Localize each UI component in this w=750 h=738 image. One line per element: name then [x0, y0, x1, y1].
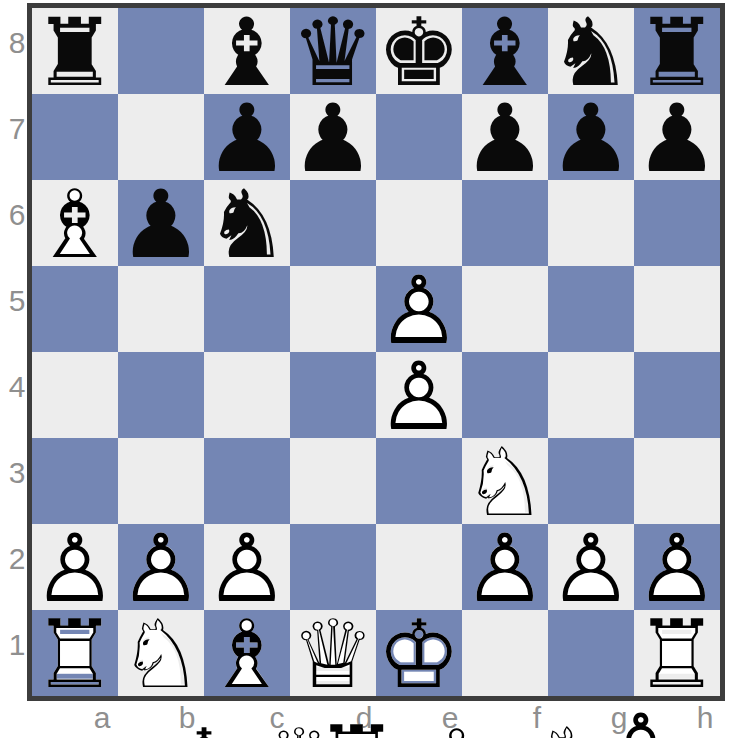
- piece-fill-glyph: ♞: [462, 440, 548, 526]
- black-bishop[interactable]: ♝: [462, 8, 548, 94]
- piece-outline-glyph: ♖: [634, 612, 720, 698]
- square-h3[interactable]: [634, 438, 720, 524]
- white-pawn[interactable]: ♟♙: [548, 524, 634, 610]
- square-f6[interactable]: [462, 180, 548, 266]
- tray-white-king[interactable]: ♚♔: [161, 719, 247, 738]
- square-a4[interactable]: [32, 352, 118, 438]
- piece-glyph: ♟: [204, 96, 290, 182]
- square-a3[interactable]: [32, 438, 118, 524]
- square-e1[interactable]: ♚♔: [376, 610, 462, 696]
- piece-outline-glyph: ♙: [376, 354, 462, 440]
- square-c5[interactable]: [204, 266, 290, 352]
- rank-label-4: 4: [0, 344, 34, 430]
- piece-glyph: ♛: [290, 10, 376, 96]
- square-b3[interactable]: [118, 438, 204, 524]
- white-pawn[interactable]: ♟♙: [32, 524, 118, 610]
- tray-white-bishop[interactable]: ♝♗: [414, 720, 500, 738]
- square-g4[interactable]: [548, 352, 634, 438]
- square-c8[interactable]: ♝: [204, 8, 290, 94]
- square-e8[interactable]: ♚: [376, 8, 462, 94]
- piece-outline-glyph: ♖: [32, 612, 118, 698]
- white-bishop[interactable]: ♝♗: [204, 610, 290, 696]
- white-pawn[interactable]: ♟♙: [204, 524, 290, 610]
- white-bishop[interactable]: ♝♗: [32, 180, 118, 266]
- piece-outline-glyph: ♗: [204, 612, 290, 698]
- piece-fill-glyph: ♝: [204, 612, 290, 698]
- square-a7[interactable]: [32, 94, 118, 180]
- piece-fill-glyph: ♝: [414, 722, 500, 738]
- square-d2[interactable]: [290, 524, 376, 610]
- chess-board-screen: ♜♝♛♚♝♞♜♟♟♟♟♟♝♗♟♞♟♙♟♙♞♘♟♙♟♙♟♙♟♙♟♙♟♙♜♖♞♘♝♗…: [0, 0, 750, 738]
- white-bishop[interactable]: ♝♗: [414, 720, 500, 738]
- square-h2[interactable]: ♟♙: [634, 524, 720, 610]
- rank-label-3: 3: [0, 430, 34, 516]
- piece-fill-glyph: ♜: [314, 718, 400, 738]
- black-knight[interactable]: ♞: [548, 8, 634, 94]
- square-h7[interactable]: ♟: [634, 94, 720, 180]
- square-b2[interactable]: ♟♙: [118, 524, 204, 610]
- square-c7[interactable]: ♟: [204, 94, 290, 180]
- black-bishop[interactable]: ♝: [204, 8, 290, 94]
- square-a1[interactable]: ♜♖: [32, 610, 118, 696]
- file-label-a: a: [80, 701, 124, 735]
- piece-outline-glyph: ♔: [376, 612, 462, 698]
- square-g6[interactable]: [548, 180, 634, 266]
- piece-outline-glyph: ♙: [462, 526, 548, 612]
- square-g7[interactable]: ♟: [548, 94, 634, 180]
- piece-glyph: ♟: [118, 182, 204, 268]
- square-h8[interactable]: ♜: [634, 8, 720, 94]
- piece-outline-glyph: ♘: [462, 440, 548, 526]
- piece-glyph: ♟: [634, 96, 720, 182]
- black-queen[interactable]: ♛: [290, 8, 376, 94]
- board-frame: ♜♝♛♚♝♞♜♟♟♟♟♟♝♗♟♞♟♙♟♙♞♘♟♙♟♙♟♙♟♙♟♙♟♙♜♖♞♘♝♗…: [27, 3, 725, 701]
- piece-outline-glyph: ♘: [118, 612, 204, 698]
- white-pawn[interactable]: ♟♙: [118, 524, 204, 610]
- piece-outline-glyph: ♔: [161, 721, 247, 738]
- square-d6[interactable]: [290, 180, 376, 266]
- black-pawn[interactable]: ♟: [290, 94, 376, 180]
- white-knight[interactable]: ♞♘: [462, 438, 548, 524]
- piece-fill-glyph: ♟: [634, 526, 720, 612]
- square-g3[interactable]: [548, 438, 634, 524]
- piece-outline-glyph: ♙: [598, 706, 684, 738]
- square-g1[interactable]: [548, 610, 634, 696]
- black-pawn[interactable]: ♟: [634, 94, 720, 180]
- piece-fill-glyph: ♚: [376, 612, 462, 698]
- piece-outline-glyph: ♙: [634, 526, 720, 612]
- white-pawn[interactable]: ♟♙: [634, 524, 720, 610]
- square-e2[interactable]: [376, 524, 462, 610]
- black-knight[interactable]: ♞: [204, 180, 290, 266]
- piece-fill-glyph: ♟: [598, 706, 684, 738]
- tray-white-rook[interactable]: ♜♖: [314, 716, 400, 738]
- square-f4[interactable]: [462, 352, 548, 438]
- rank-label-6: 6: [0, 172, 34, 258]
- square-f7[interactable]: ♟: [462, 94, 548, 180]
- square-e3[interactable]: [376, 438, 462, 524]
- square-a2[interactable]: ♟♙: [32, 524, 118, 610]
- white-pawn[interactable]: ♟♙: [598, 704, 684, 738]
- piece-outline-glyph: ♙: [376, 268, 462, 354]
- piece-glyph: ♟: [462, 96, 548, 182]
- square-f2[interactable]: ♟♙: [462, 524, 548, 610]
- rank-label-8: 8: [0, 0, 34, 86]
- black-king[interactable]: ♚: [376, 8, 462, 94]
- square-c4[interactable]: [204, 352, 290, 438]
- square-f3[interactable]: ♞♘: [462, 438, 548, 524]
- piece-glyph: ♟: [290, 96, 376, 182]
- piece-outline-glyph: ♙: [118, 526, 204, 612]
- square-b5[interactable]: [118, 266, 204, 352]
- white-rook[interactable]: ♜♖: [32, 610, 118, 696]
- square-e4[interactable]: ♟♙: [376, 352, 462, 438]
- chess-board[interactable]: ♜♝♛♚♝♞♜♟♟♟♟♟♝♗♟♞♟♙♟♙♞♘♟♙♟♙♟♙♟♙♟♙♟♙♜♖♞♘♝♗…: [32, 8, 720, 696]
- piece-fill-glyph: ♝: [32, 182, 118, 268]
- square-b6[interactable]: ♟: [118, 180, 204, 266]
- square-a5[interactable]: [32, 266, 118, 352]
- piece-glyph: ♞: [548, 10, 634, 96]
- piece-glyph: ♜: [32, 10, 118, 96]
- square-c6[interactable]: ♞: [204, 180, 290, 266]
- piece-fill-glyph: ♟: [32, 526, 118, 612]
- square-d5[interactable]: [290, 266, 376, 352]
- piece-fill-glyph: ♚: [161, 721, 247, 738]
- file-label-h: h: [683, 701, 727, 735]
- piece-fill-glyph: ♜: [634, 612, 720, 698]
- piece-outline-glyph: ♗: [414, 722, 500, 738]
- piece-fill-glyph: ♟: [376, 354, 462, 440]
- square-d7[interactable]: ♟: [290, 94, 376, 180]
- rank-label-2: 2: [0, 516, 34, 602]
- white-pawn[interactable]: ♟♙: [376, 266, 462, 352]
- square-e7[interactable]: [376, 94, 462, 180]
- square-f5[interactable]: [462, 266, 548, 352]
- piece-fill-glyph: ♟: [118, 526, 204, 612]
- square-c3[interactable]: [204, 438, 290, 524]
- square-e5[interactable]: ♟♙: [376, 266, 462, 352]
- square-g8[interactable]: ♞: [548, 8, 634, 94]
- square-e6[interactable]: [376, 180, 462, 266]
- square-h6[interactable]: [634, 180, 720, 266]
- white-king[interactable]: ♚♔: [376, 610, 462, 696]
- square-f8[interactable]: ♝: [462, 8, 548, 94]
- white-rook[interactable]: ♜♖: [634, 610, 720, 696]
- square-b7[interactable]: [118, 94, 204, 180]
- piece-glyph: ♝: [462, 10, 548, 96]
- square-b8[interactable]: [118, 8, 204, 94]
- square-c2[interactable]: ♟♙: [204, 524, 290, 610]
- square-a8[interactable]: ♜: [32, 8, 118, 94]
- white-pawn[interactable]: ♟♙: [462, 524, 548, 610]
- piece-outline-glyph: ♗: [32, 182, 118, 268]
- square-f1[interactable]: [462, 610, 548, 696]
- rank-label-1: 1: [0, 602, 34, 688]
- square-h1[interactable]: ♜♖: [634, 610, 720, 696]
- square-d3[interactable]: [290, 438, 376, 524]
- square-b1[interactable]: ♞♘: [118, 610, 204, 696]
- piece-fill-glyph: ♞: [118, 612, 204, 698]
- piece-outline-glyph: ♙: [548, 526, 634, 612]
- piece-fill-glyph: ♟: [462, 526, 548, 612]
- piece-glyph: ♚: [376, 10, 462, 96]
- black-pawn[interactable]: ♟: [462, 94, 548, 180]
- piece-glyph: ♟: [548, 96, 634, 182]
- black-pawn[interactable]: ♟: [118, 180, 204, 266]
- rank-label-7: 7: [0, 86, 34, 172]
- piece-fill-glyph: ♜: [32, 612, 118, 698]
- square-g5[interactable]: [548, 266, 634, 352]
- piece-fill-glyph: ♟: [548, 526, 634, 612]
- piece-glyph: ♝: [204, 10, 290, 96]
- piece-glyph: ♜: [634, 10, 720, 96]
- piece-outline-glyph: ♖: [314, 718, 400, 738]
- white-knight[interactable]: ♞♘: [118, 610, 204, 696]
- piece-fill-glyph: ♟: [376, 268, 462, 354]
- square-d8[interactable]: ♛: [290, 8, 376, 94]
- square-d4[interactable]: [290, 352, 376, 438]
- square-h5[interactable]: [634, 266, 720, 352]
- white-pawn[interactable]: ♟♙: [376, 352, 462, 438]
- square-c1[interactable]: ♝♗: [204, 610, 290, 696]
- tray-white-pawn[interactable]: ♟♙: [598, 704, 684, 738]
- square-b4[interactable]: [118, 352, 204, 438]
- square-g2[interactable]: ♟♙: [548, 524, 634, 610]
- piece-glyph: ♞: [204, 182, 290, 268]
- piece-outline-glyph: ♙: [32, 526, 118, 612]
- black-rook[interactable]: ♜: [32, 8, 118, 94]
- piece-fill-glyph: ♛: [290, 612, 376, 698]
- black-rook[interactable]: ♜: [634, 8, 720, 94]
- black-pawn[interactable]: ♟: [204, 94, 290, 180]
- square-d1[interactable]: ♛♕: [290, 610, 376, 696]
- white-queen[interactable]: ♛♕: [290, 610, 376, 696]
- black-pawn[interactable]: ♟: [548, 94, 634, 180]
- white-rook[interactable]: ♜♖: [314, 716, 400, 738]
- piece-outline-glyph: ♕: [290, 612, 376, 698]
- piece-outline-glyph: ♙: [204, 526, 290, 612]
- square-h4[interactable]: [634, 352, 720, 438]
- piece-fill-glyph: ♟: [204, 526, 290, 612]
- rank-label-5: 5: [0, 258, 34, 344]
- white-king[interactable]: ♚♔: [161, 719, 247, 738]
- square-a6[interactable]: ♝♗: [32, 180, 118, 266]
